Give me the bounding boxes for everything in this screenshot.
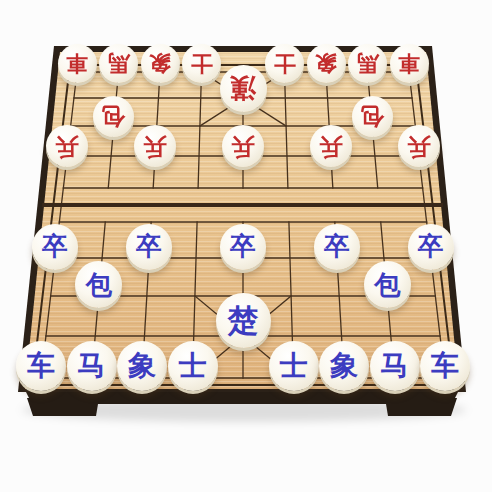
piece-red-soldier[interactable]: 兵	[134, 125, 176, 167]
piece-red-soldier[interactable]: 兵	[222, 125, 264, 167]
piece-blue-cannon[interactable]: 包	[75, 261, 122, 308]
piece-blue-chariot[interactable]: 车	[16, 341, 66, 391]
piece-blue-elephant[interactable]: 象	[319, 341, 369, 391]
piece-red-soldier[interactable]: 兵	[398, 125, 440, 167]
piece-red-chariot[interactable]: 車	[390, 44, 429, 83]
piece-blue-cannon[interactable]: 包	[364, 261, 411, 308]
piece-red-general[interactable]: 漢	[220, 65, 267, 112]
piece-blue-chariot[interactable]: 车	[420, 341, 470, 391]
piece-red-cannon[interactable]: 包	[93, 96, 134, 137]
piece-red-advisor[interactable]: 士	[182, 44, 221, 83]
piece-red-cannon[interactable]: 包	[352, 96, 393, 137]
piece-blue-soldier[interactable]: 卒	[126, 224, 172, 270]
piece-red-elephant[interactable]: 象	[307, 44, 346, 83]
piece-blue-advisor[interactable]: 士	[168, 341, 218, 391]
piece-blue-elephant[interactable]: 象	[117, 341, 167, 391]
piece-blue-advisor[interactable]: 士	[269, 341, 319, 391]
piece-blue-soldier[interactable]: 卒	[32, 224, 78, 270]
piece-blue-general[interactable]: 楚	[216, 293, 271, 348]
piece-red-horse[interactable]: 馬	[99, 44, 138, 83]
piece-red-soldier[interactable]: 兵	[46, 125, 88, 167]
xiangqi-set-photo: 車馬象士士象馬車漢包包兵兵兵兵兵卒卒卒卒卒包包楚车马象士士象马车	[0, 0, 492, 492]
piece-red-chariot[interactable]: 車	[58, 44, 97, 83]
piece-blue-soldier[interactable]: 卒	[408, 224, 454, 270]
piece-blue-soldier[interactable]: 卒	[220, 224, 266, 270]
piece-red-soldier[interactable]: 兵	[310, 125, 352, 167]
piece-blue-horse[interactable]: 马	[370, 341, 420, 391]
piece-blue-horse[interactable]: 马	[67, 341, 117, 391]
pieces-layer: 車馬象士士象馬車漢包包兵兵兵兵兵卒卒卒卒卒包包楚车马象士士象马车	[0, 0, 492, 492]
piece-blue-soldier[interactable]: 卒	[314, 224, 360, 270]
piece-red-horse[interactable]: 馬	[348, 44, 387, 83]
piece-red-advisor[interactable]: 士	[265, 44, 304, 83]
piece-red-elephant[interactable]: 象	[141, 44, 180, 83]
